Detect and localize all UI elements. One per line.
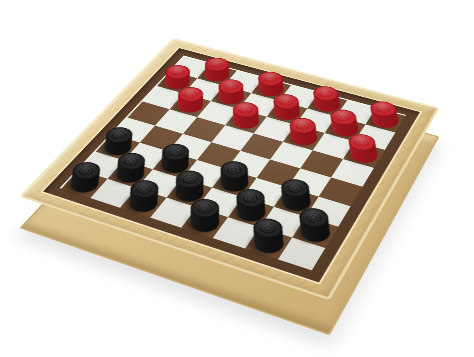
photo-scene bbox=[0, 0, 474, 357]
wooden-frame bbox=[19, 38, 439, 300]
